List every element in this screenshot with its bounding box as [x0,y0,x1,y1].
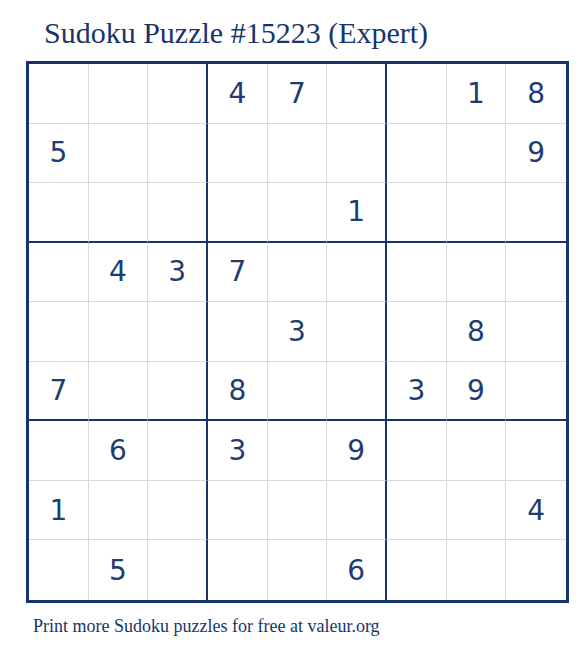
given-digit: 9 [347,434,365,467]
cell-r7c7 [387,421,447,481]
given-digit: 4 [527,494,545,527]
cell-r6c5 [268,362,328,422]
cell-r8c4 [208,481,268,541]
footer-credit: Print more Sudoku puzzles for free at va… [33,616,380,637]
given-digit: 6 [109,434,127,467]
cell-r7c2: 6 [89,421,149,481]
cell-r9c7 [387,540,447,600]
cell-r2c2 [89,124,149,184]
cell-r6c6 [327,362,387,422]
cell-r9c5 [268,540,328,600]
given-digit: 3 [288,315,306,348]
cell-r6c3 [148,362,208,422]
cell-r3c6: 1 [327,183,387,243]
cell-r2c5 [268,124,328,184]
given-digit: 7 [49,374,67,407]
given-digit: 4 [109,255,127,288]
cell-r9c6: 6 [327,540,387,600]
cell-r9c2: 5 [89,540,149,600]
cell-r2c9: 9 [506,124,566,184]
cell-r5c9 [506,302,566,362]
given-digit: 8 [527,77,545,110]
cell-r3c2 [89,183,149,243]
given-digit: 5 [49,136,67,169]
cell-r5c4 [208,302,268,362]
cell-r6c4: 8 [208,362,268,422]
cell-r8c1: 1 [29,481,89,541]
given-digit: 1 [467,77,485,110]
cell-r8c6 [327,481,387,541]
cell-r6c8: 9 [447,362,507,422]
cell-r3c4 [208,183,268,243]
cell-r8c8 [447,481,507,541]
cell-r1c5: 7 [268,64,328,124]
given-digit: 3 [407,374,425,407]
cell-r4c8 [447,243,507,303]
cell-r3c7 [387,183,447,243]
cell-r2c1: 5 [29,124,89,184]
cell-r5c7 [387,302,447,362]
cell-r3c5 [268,183,328,243]
sudoku-board: 47185914373878396391456 [26,61,569,603]
given-digit: 9 [467,374,485,407]
cell-r4c3: 3 [148,243,208,303]
given-digit: 3 [228,434,246,467]
cell-r9c1 [29,540,89,600]
cell-r7c8 [447,421,507,481]
given-digit: 1 [347,195,365,228]
cell-r1c9: 8 [506,64,566,124]
cell-r9c9 [506,540,566,600]
given-digit: 7 [228,255,246,288]
cell-r3c3 [148,183,208,243]
given-digit: 4 [228,77,246,110]
given-digit: 9 [527,136,545,169]
cell-r4c5 [268,243,328,303]
cell-r1c4: 4 [208,64,268,124]
given-digit: 5 [109,554,127,587]
cell-r3c8 [447,183,507,243]
puzzle-title: Sudoku Puzzle #15223 (Expert) [44,16,428,50]
given-digit: 7 [288,77,306,110]
cell-r4c7 [387,243,447,303]
cell-r8c3 [148,481,208,541]
cell-r6c2 [89,362,149,422]
cell-r3c1 [29,183,89,243]
given-digit: 1 [49,494,67,527]
cell-r1c8: 1 [447,64,507,124]
given-digit: 6 [347,554,365,587]
cell-r1c6 [327,64,387,124]
cell-r8c5 [268,481,328,541]
cell-r5c5: 3 [268,302,328,362]
cell-r4c6 [327,243,387,303]
cell-r9c4 [208,540,268,600]
cell-r5c2 [89,302,149,362]
cell-r7c5 [268,421,328,481]
given-digit: 3 [168,255,186,288]
cell-r5c6 [327,302,387,362]
cell-r5c3 [148,302,208,362]
cell-r7c1 [29,421,89,481]
cell-r5c8: 8 [447,302,507,362]
given-digit: 8 [228,374,246,407]
cell-r4c9 [506,243,566,303]
cell-r8c7 [387,481,447,541]
cell-r4c2: 4 [89,243,149,303]
cell-r8c2 [89,481,149,541]
cell-r2c4 [208,124,268,184]
cell-r9c3 [148,540,208,600]
cell-r7c9 [506,421,566,481]
cell-r3c9 [506,183,566,243]
cell-r4c1 [29,243,89,303]
cell-r7c6: 9 [327,421,387,481]
cell-r1c7 [387,64,447,124]
cell-r2c7 [387,124,447,184]
given-digit: 8 [467,315,485,348]
cell-r6c9 [506,362,566,422]
cell-r5c1 [29,302,89,362]
cell-r2c3 [148,124,208,184]
cell-r1c1 [29,64,89,124]
cell-r7c3 [148,421,208,481]
cell-r9c8 [447,540,507,600]
cell-r6c1: 7 [29,362,89,422]
cell-r2c6 [327,124,387,184]
cell-r8c9: 4 [506,481,566,541]
cell-r2c8 [447,124,507,184]
cell-r7c4: 3 [208,421,268,481]
cell-r1c2 [89,64,149,124]
cell-r6c7: 3 [387,362,447,422]
cell-r1c3 [148,64,208,124]
cell-r4c4: 7 [208,243,268,303]
